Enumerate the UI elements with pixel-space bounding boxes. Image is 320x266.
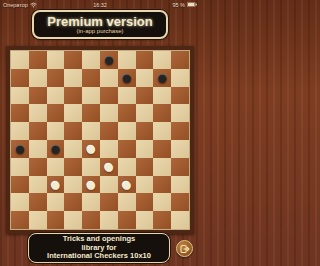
board-square[interactable] [82,193,100,211]
white-checker[interactable]: ● [85,140,96,157]
white-checker[interactable]: ● [50,175,61,192]
board-square[interactable] [11,87,29,105]
board-square[interactable] [136,140,154,158]
white-checker[interactable]: ● [85,175,96,192]
board-square[interactable]: ● [82,140,100,158]
board-square[interactable] [100,193,118,211]
board-square[interactable]: ● [11,140,29,158]
board-grid: ●●●●●●●●●● [11,51,189,229]
board-square[interactable] [82,87,100,105]
clock: 16:32 [93,2,107,8]
board-square[interactable] [171,193,189,211]
board-square[interactable] [11,211,29,229]
board-square[interactable] [82,51,100,69]
board-square[interactable] [153,122,171,140]
board-square[interactable]: ● [100,158,118,176]
board-square[interactable] [47,104,65,122]
board-square[interactable] [171,104,189,122]
white-checker[interactable]: ● [121,175,132,192]
board-square[interactable] [171,140,189,158]
board-square[interactable] [11,158,29,176]
board-square[interactable] [136,158,154,176]
board-square[interactable] [47,211,65,229]
battery-icon [187,2,197,7]
board-square[interactable] [136,122,154,140]
board-square[interactable] [29,87,47,105]
premium-title: Premium version [47,15,153,28]
board-square[interactable] [11,104,29,122]
board-square[interactable] [171,211,189,229]
board-square[interactable] [136,193,154,211]
board-square[interactable] [118,87,136,105]
battery-percent: 95 % [172,2,185,8]
board-square[interactable] [118,211,136,229]
board-square[interactable] [64,176,82,194]
board-square[interactable] [153,193,171,211]
board-square[interactable]: ● [82,176,100,194]
board-square[interactable] [29,140,47,158]
board-square[interactable] [47,87,65,105]
white-checker[interactable]: ● [103,158,114,175]
board-square[interactable] [100,211,118,229]
board-square[interactable] [11,69,29,87]
board-square[interactable] [82,211,100,229]
board-square[interactable] [29,69,47,87]
board-square[interactable]: ● [47,140,65,158]
board-square[interactable] [64,69,82,87]
board-square[interactable] [29,122,47,140]
board-square[interactable] [64,104,82,122]
board-square[interactable] [118,140,136,158]
board-square[interactable] [118,193,136,211]
board-square[interactable] [100,87,118,105]
library-open-button[interactable] [176,240,193,257]
board-square[interactable] [29,211,47,229]
board-square[interactable]: ● [47,176,65,194]
board-square[interactable] [82,69,100,87]
board-square[interactable] [29,158,47,176]
board-square[interactable] [11,193,29,211]
premium-version-button[interactable]: Premium version (in-app purchase) [32,10,168,39]
carrier-label: Оператор [3,2,28,8]
board-square[interactable] [100,176,118,194]
board-square[interactable] [29,176,47,194]
board-square[interactable] [100,69,118,87]
board-square[interactable] [136,51,154,69]
board-square[interactable] [64,140,82,158]
board-square[interactable]: ● [118,176,136,194]
black-checker[interactable]: ● [103,51,114,68]
board-square[interactable] [153,87,171,105]
board-square[interactable] [64,211,82,229]
board-square[interactable] [136,69,154,87]
board-square[interactable] [64,193,82,211]
board-square[interactable] [29,51,47,69]
checkers-board: ●●●●●●●●●● [6,46,194,234]
status-bar: Оператор 16:32 95 % [0,0,200,9]
board-square[interactable]: ● [118,69,136,87]
board-square[interactable] [100,122,118,140]
board-square[interactable] [136,211,154,229]
board-square[interactable] [64,87,82,105]
board-square[interactable] [136,87,154,105]
board-square[interactable] [153,104,171,122]
board-square[interactable] [171,158,189,176]
board-square[interactable] [64,158,82,176]
board-square[interactable]: ● [100,51,118,69]
board-square[interactable] [171,51,189,69]
board-square[interactable] [29,104,47,122]
board-square[interactable] [153,140,171,158]
board-square[interactable] [118,104,136,122]
board-square[interactable] [47,51,65,69]
board-square[interactable] [100,104,118,122]
tricks-library-banner[interactable]: Tricks and openings library for Internat… [28,233,170,263]
board-square[interactable] [47,69,65,87]
board-square[interactable] [136,104,154,122]
board-square[interactable] [153,176,171,194]
board-square[interactable] [171,176,189,194]
banner-line-3: International Checkers 10x10 [47,252,151,261]
board-square[interactable] [153,158,171,176]
black-checker[interactable]: ● [121,69,132,86]
board-square[interactable] [153,211,171,229]
board-square[interactable] [47,193,65,211]
board-square[interactable] [118,122,136,140]
board-square[interactable] [171,122,189,140]
board-square[interactable] [64,122,82,140]
exit-icon [180,244,190,254]
board-square[interactable]: ● [153,69,171,87]
board-square[interactable] [64,51,82,69]
board-square[interactable] [171,87,189,105]
black-checker[interactable]: ● [14,140,25,157]
board-square[interactable] [11,176,29,194]
board-square[interactable] [11,51,29,69]
board-square[interactable] [171,69,189,87]
black-checker[interactable]: ● [50,140,61,157]
board-square[interactable] [136,176,154,194]
black-checker[interactable]: ● [157,69,168,86]
board-square[interactable] [29,193,47,211]
board-square[interactable] [82,104,100,122]
premium-subtitle: (in-app purchase) [76,28,123,35]
wifi-icon [30,2,37,8]
